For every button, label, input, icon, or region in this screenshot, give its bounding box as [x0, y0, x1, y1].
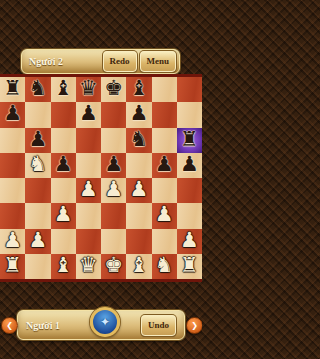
- chess-board: ♜♞♝♛♚♝♟♟♟♟♞♜♞♟♟♟♟♟♟♟♟♟♟♟♟♜♝♛♚♝♞♜: [0, 77, 202, 279]
- app-root: { "game": "chess", "position": "rnbqkb2/…: [0, 0, 202, 359]
- piece-white-pawn: ♟: [155, 204, 174, 225]
- square-g4[interactable]: [152, 178, 177, 203]
- square-h4[interactable]: [177, 178, 202, 203]
- square-f4[interactable]: ♟: [126, 178, 151, 203]
- square-h5[interactable]: ♟: [177, 153, 202, 178]
- square-g1[interactable]: ♞: [152, 254, 177, 279]
- square-b8[interactable]: ♞: [25, 77, 50, 102]
- piece-black-bishop: ♝: [54, 78, 73, 99]
- square-h3[interactable]: [177, 203, 202, 228]
- piece-black-king: ♚: [104, 78, 123, 99]
- square-d7[interactable]: ♟: [76, 102, 101, 127]
- square-c6[interactable]: [51, 128, 76, 153]
- piece-black-rook: ♜: [180, 129, 199, 150]
- square-e4[interactable]: ♟: [101, 178, 126, 203]
- square-f8[interactable]: ♝: [126, 77, 151, 102]
- square-b7[interactable]: [25, 102, 50, 127]
- square-h2[interactable]: ♟: [177, 229, 202, 254]
- piece-white-rook: ♜: [180, 255, 199, 276]
- square-f5[interactable]: [126, 153, 151, 178]
- square-b3[interactable]: [25, 203, 50, 228]
- square-f2[interactable]: [126, 229, 151, 254]
- square-c4[interactable]: [51, 178, 76, 203]
- square-a4[interactable]: [0, 178, 25, 203]
- square-c5[interactable]: ♟: [51, 153, 76, 178]
- square-f3[interactable]: [126, 203, 151, 228]
- square-a6[interactable]: [0, 128, 25, 153]
- square-g8[interactable]: [152, 77, 177, 102]
- piece-black-knight: ♞: [129, 129, 148, 150]
- piece-white-bishop: ♝: [54, 255, 73, 276]
- square-c7[interactable]: [51, 102, 76, 127]
- square-e2[interactable]: [101, 229, 126, 254]
- piece-white-pawn: ♟: [104, 179, 123, 200]
- piece-black-pawn: ♟: [79, 103, 98, 124]
- piece-black-rook: ♜: [3, 78, 22, 99]
- piece-white-pawn: ♟: [180, 230, 199, 251]
- next-move-button[interactable]: ❯: [186, 317, 202, 334]
- piece-white-knight: ♞: [28, 154, 47, 175]
- undo-button[interactable]: Undo: [141, 315, 176, 336]
- square-g7[interactable]: [152, 102, 177, 127]
- square-a8[interactable]: ♜: [0, 77, 25, 102]
- square-f7[interactable]: ♟: [126, 102, 151, 127]
- piece-white-queen: ♛: [79, 255, 98, 276]
- square-f6[interactable]: ♞: [126, 128, 151, 153]
- square-e7[interactable]: [101, 102, 126, 127]
- square-e5[interactable]: ♟: [101, 153, 126, 178]
- square-g2[interactable]: [152, 229, 177, 254]
- piece-white-pawn: ♟: [3, 230, 22, 251]
- square-g6[interactable]: [152, 128, 177, 153]
- square-h8[interactable]: [177, 77, 202, 102]
- piece-black-pawn: ♟: [28, 129, 47, 150]
- chevron-left-icon: ❮: [6, 321, 13, 330]
- square-h6[interactable]: ♜: [177, 128, 202, 153]
- piece-black-bishop: ♝: [129, 78, 148, 99]
- square-h1[interactable]: ♜: [177, 254, 202, 279]
- piece-white-knight: ♞: [155, 255, 174, 276]
- piece-white-pawn: ♟: [129, 179, 148, 200]
- square-g3[interactable]: ♟: [152, 203, 177, 228]
- redo-button[interactable]: Redo: [103, 51, 137, 72]
- piece-white-pawn: ♟: [79, 179, 98, 200]
- piece-white-pawn: ♟: [54, 204, 73, 225]
- square-b5[interactable]: ♞: [25, 153, 50, 178]
- square-c3[interactable]: ♟: [51, 203, 76, 228]
- piece-white-bishop: ♝: [129, 255, 148, 276]
- piece-black-queen: ♛: [79, 78, 98, 99]
- piece-black-pawn: ♟: [3, 103, 22, 124]
- piece-black-pawn: ♟: [180, 154, 199, 175]
- square-b4[interactable]: [25, 178, 50, 203]
- square-a2[interactable]: ♟: [0, 229, 25, 254]
- square-a3[interactable]: [0, 203, 25, 228]
- square-d3[interactable]: [76, 203, 101, 228]
- square-d8[interactable]: ♛: [76, 77, 101, 102]
- piece-black-knight: ♞: [28, 78, 47, 99]
- piece-white-rook: ♜: [3, 255, 22, 276]
- piece-black-pawn: ♟: [129, 103, 148, 124]
- board-frame: ♜♞♝♛♚♝♟♟♟♟♞♜♞♟♟♟♟♟♟♟♟♟♟♟♟♜♝♛♚♝♞♜: [0, 74, 202, 282]
- square-e8[interactable]: ♚: [101, 77, 126, 102]
- square-f1[interactable]: ♝: [126, 254, 151, 279]
- square-a1[interactable]: ♜: [0, 254, 25, 279]
- square-e3[interactable]: [101, 203, 126, 228]
- square-c1[interactable]: ♝: [51, 254, 76, 279]
- square-d5[interactable]: [76, 153, 101, 178]
- chevron-right-icon: ❯: [191, 321, 198, 330]
- square-a5[interactable]: [0, 153, 25, 178]
- piece-black-pawn: ♟: [54, 154, 73, 175]
- square-d1[interactable]: ♛: [76, 254, 101, 279]
- piece-white-pawn: ♟: [28, 230, 47, 251]
- player1-label: Người 1: [26, 320, 138, 331]
- square-e6[interactable]: [101, 128, 126, 153]
- square-c8[interactable]: ♝: [51, 77, 76, 102]
- square-c2[interactable]: [51, 229, 76, 254]
- player2-label: Người 2: [29, 56, 100, 67]
- hint-button[interactable]: ✦: [90, 307, 120, 337]
- piece-black-pawn: ♟: [104, 154, 123, 175]
- square-e1[interactable]: ♚: [101, 254, 126, 279]
- menu-button[interactable]: Menu: [140, 51, 177, 72]
- square-g5[interactable]: ♟: [152, 153, 177, 178]
- square-a7[interactable]: ♟: [0, 102, 25, 127]
- square-b1[interactable]: [25, 254, 50, 279]
- square-b2[interactable]: ♟: [25, 229, 50, 254]
- piece-black-pawn: ♟: [155, 154, 174, 175]
- square-b6[interactable]: ♟: [25, 128, 50, 153]
- hint-star-icon: ✦: [100, 316, 110, 328]
- square-h7[interactable]: [177, 102, 202, 127]
- top-player-bar: Người 2 Redo Menu: [21, 49, 180, 74]
- previous-move-button[interactable]: ❮: [1, 317, 18, 334]
- square-d6[interactable]: [76, 128, 101, 153]
- square-d4[interactable]: ♟: [76, 178, 101, 203]
- square-d2[interactable]: [76, 229, 101, 254]
- piece-white-king: ♚: [104, 255, 123, 276]
